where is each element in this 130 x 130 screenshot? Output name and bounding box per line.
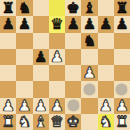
square-b2[interactable]: ♟ [16,98,32,114]
square-a8[interactable]: ♜ [0,0,16,16]
white-queen[interactable]: ♛ [50,114,63,130]
black-king[interactable]: ♚ [66,0,79,16]
black-pawn[interactable]: ♟ [83,16,96,32]
square-b5[interactable] [16,49,32,65]
square-d7[interactable]: ♛ [49,16,65,32]
square-d2[interactable]: ♟ [49,98,65,114]
square-d4[interactable] [49,65,65,81]
square-c3[interactable] [33,81,49,97]
square-h8[interactable]: ♜ [114,0,130,16]
square-d3[interactable] [49,81,65,97]
square-d6[interactable] [49,33,65,49]
white-knight[interactable]: ♞ [18,114,31,130]
black-pawn[interactable]: ♟ [66,16,79,32]
black-pawn[interactable]: ♟ [115,16,128,32]
square-c6[interactable] [33,33,49,49]
square-b1[interactable]: ♞ [16,114,32,130]
square-b7[interactable]: ♟ [16,16,32,32]
square-h3[interactable] [114,81,130,97]
square-f6[interactable]: ♞ [81,33,97,49]
black-pawn[interactable]: ♟ [99,16,112,32]
black-pawn[interactable]: ♟ [18,16,31,32]
square-f3[interactable] [81,81,97,97]
square-f4[interactable]: ♟ [81,65,97,81]
square-c2[interactable]: ♟ [33,98,49,114]
white-bishop[interactable]: ♝ [34,114,47,130]
square-f2[interactable] [81,98,97,114]
move-hint-dot[interactable] [68,100,79,111]
square-c1[interactable]: ♝ [33,114,49,130]
square-e6[interactable] [65,33,81,49]
square-h7[interactable]: ♟ [114,16,130,32]
square-c4[interactable] [33,65,49,81]
move-hint-dot[interactable] [84,84,95,95]
square-g5[interactable] [98,49,114,65]
white-pawn[interactable]: ♟ [18,98,31,114]
move-hint-dot[interactable] [116,84,127,95]
square-c7[interactable] [33,16,49,32]
square-h2[interactable]: ♟ [114,98,130,114]
square-h5[interactable] [114,49,130,65]
square-h4[interactable] [114,65,130,81]
white-pawn[interactable]: ♟ [50,98,63,114]
square-f7[interactable]: ♟ [81,16,97,32]
white-pawn[interactable]: ♟ [83,65,96,81]
square-h1[interactable]: ♜ [114,114,130,130]
square-e7[interactable]: ♟ [65,16,81,32]
square-e1[interactable]: ♚ [65,114,81,130]
square-a1[interactable]: ♜ [0,114,16,130]
white-pawn[interactable]: ♟ [99,98,112,114]
black-knight[interactable]: ♞ [83,33,96,49]
square-b3[interactable] [16,81,32,97]
square-c8[interactable] [33,0,49,16]
square-a7[interactable]: ♟ [0,16,16,32]
square-e4[interactable] [65,65,81,81]
square-a5[interactable] [0,49,16,65]
square-g7[interactable]: ♟ [98,16,114,32]
square-d1[interactable]: ♛ [49,114,65,130]
square-a3[interactable] [0,81,16,97]
black-knight[interactable]: ♞ [18,0,31,16]
square-b4[interactable] [16,65,32,81]
square-d5[interactable]: ♟ [49,49,65,65]
white-rook[interactable]: ♜ [115,114,128,130]
square-c5[interactable]: ♟ [33,49,49,65]
square-f1[interactable] [81,114,97,130]
square-g8[interactable] [98,0,114,16]
square-f5[interactable] [81,49,97,65]
square-e3[interactable] [65,81,81,97]
square-g4[interactable] [98,65,114,81]
white-king[interactable]: ♚ [66,114,79,130]
black-rook[interactable]: ♜ [1,0,14,16]
chess-board: ♜♞♚♝♜♟♟♛♟♟♟♟♞♟♟♟♟♟♟♟♟♟♜♞♝♛♚♞♜ [0,0,130,130]
white-rook[interactable]: ♜ [1,114,14,130]
square-e2[interactable] [65,98,81,114]
square-f8[interactable]: ♝ [81,0,97,16]
square-g3[interactable] [98,81,114,97]
square-e5[interactable] [65,49,81,65]
black-rook[interactable]: ♜ [115,0,128,16]
white-pawn[interactable]: ♟ [1,98,14,114]
black-queen[interactable]: ♛ [50,16,63,32]
square-d8[interactable] [49,0,65,16]
square-a6[interactable] [0,33,16,49]
white-knight-selected[interactable]: ♞ [99,114,112,130]
white-pawn[interactable]: ♟ [34,98,47,114]
black-bishop[interactable]: ♝ [83,0,96,16]
square-e8[interactable]: ♚ [65,0,81,16]
square-h6[interactable] [114,33,130,49]
square-g6[interactable] [98,33,114,49]
black-pawn[interactable]: ♟ [34,49,47,65]
square-g1[interactable]: ♞ [98,114,114,130]
square-b8[interactable]: ♞ [16,0,32,16]
square-a2[interactable]: ♟ [0,98,16,114]
square-a4[interactable] [0,65,16,81]
white-pawn[interactable]: ♟ [50,49,63,65]
white-pawn[interactable]: ♟ [115,98,128,114]
black-pawn[interactable]: ♟ [1,16,14,32]
square-b6[interactable] [16,33,32,49]
square-g2[interactable]: ♟ [98,98,114,114]
